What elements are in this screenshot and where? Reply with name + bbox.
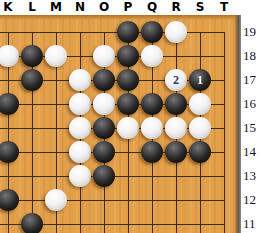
- board-intersection-P16[interactable]: [116, 92, 140, 116]
- board-intersection-M17[interactable]: [44, 68, 68, 92]
- board-intersection-Q16[interactable]: [140, 92, 164, 116]
- black-stone-K16: [0, 93, 19, 115]
- board-intersection-L18[interactable]: [20, 44, 44, 68]
- board-intersection-M19[interactable]: [44, 20, 68, 44]
- board-intersection-R14[interactable]: [164, 140, 188, 164]
- board-intersection-S16[interactable]: [188, 92, 212, 116]
- white-stone-N16: [69, 93, 91, 115]
- black-stone-O15: [93, 117, 115, 139]
- board-intersection-M11[interactable]: [44, 212, 68, 233]
- board-intersection-S19[interactable]: [188, 20, 212, 44]
- board-intersection-R16[interactable]: [164, 92, 188, 116]
- board-intersection-R18[interactable]: [164, 44, 188, 68]
- board-intersection-N14[interactable]: [68, 140, 92, 164]
- black-stone-O13: [93, 165, 115, 187]
- board-intersection-O16[interactable]: [92, 92, 116, 116]
- white-stone-K18: [0, 45, 19, 67]
- board-intersection-R19[interactable]: [164, 20, 188, 44]
- board-intersection-P11[interactable]: [116, 212, 140, 233]
- white-stone-N14: [69, 141, 91, 163]
- go-app-window: 21 KLMNOPQRST 191817161514131211: [0, 0, 260, 233]
- board-intersection-N16[interactable]: [68, 92, 92, 116]
- board-intersection-N18[interactable]: [68, 44, 92, 68]
- row-label-17: 17: [243, 72, 260, 87]
- board-intersection-O14[interactable]: [92, 140, 116, 164]
- board-intersection-O19[interactable]: [92, 20, 116, 44]
- board-intersection-O18[interactable]: [92, 44, 116, 68]
- board-intersection-K12[interactable]: [0, 188, 20, 212]
- black-stone-L11: [21, 213, 43, 233]
- board-intersection-N15[interactable]: [68, 116, 92, 140]
- black-stone-R14: [165, 141, 187, 163]
- board-intersection-Q19[interactable]: [140, 20, 164, 44]
- board-intersection-O11[interactable]: [92, 212, 116, 233]
- black-stone-P19: [117, 21, 139, 43]
- board-intersection-L16[interactable]: [20, 92, 44, 116]
- white-stone-M12: [45, 189, 67, 211]
- board-intersection-K19[interactable]: [0, 20, 20, 44]
- board-intersection-S14[interactable]: [188, 140, 212, 164]
- board-intersection-M18[interactable]: [44, 44, 68, 68]
- board-intersection-R11[interactable]: [164, 212, 188, 233]
- column-label-P: P: [116, 0, 140, 15]
- row-label-13: 13: [243, 168, 260, 183]
- white-stone-O18: [93, 45, 115, 67]
- black-stone-L17: [21, 69, 43, 91]
- black-stone-S17: 1: [189, 69, 211, 91]
- board-intersection-Q12[interactable]: [140, 188, 164, 212]
- board-intersection-P17[interactable]: [116, 68, 140, 92]
- board-intersection-L17[interactable]: [20, 68, 44, 92]
- white-stone-Q15: [141, 117, 163, 139]
- board-intersection-T18[interactable]: [212, 44, 236, 68]
- board-intersection-K13[interactable]: [0, 164, 20, 188]
- row-labels: 191817161514131211: [241, 0, 260, 233]
- board-intersection-L14[interactable]: [20, 140, 44, 164]
- black-stone-Q19: [141, 21, 163, 43]
- column-label-Q: Q: [140, 0, 164, 15]
- black-stone-Q16: [141, 93, 163, 115]
- board-intersection-T15[interactable]: [212, 116, 236, 140]
- board-intersection-N17[interactable]: [68, 68, 92, 92]
- black-stone-K14: [0, 141, 19, 163]
- board-intersection-N12[interactable]: [68, 188, 92, 212]
- board-intersection-P19[interactable]: [116, 20, 140, 44]
- move-number-2: 2: [173, 74, 179, 86]
- row-label-14: 14: [243, 144, 260, 159]
- white-stone-S16: [189, 93, 211, 115]
- board-intersection-N11[interactable]: [68, 212, 92, 233]
- board-intersection-S18[interactable]: [188, 44, 212, 68]
- white-stone-M18: [45, 45, 67, 67]
- board-intersection-T17[interactable]: [212, 68, 236, 92]
- white-stone-S15: [189, 117, 211, 139]
- row-label-19: 19: [243, 24, 260, 39]
- board-intersection-L19[interactable]: [20, 20, 44, 44]
- row-label-12: 12: [243, 192, 260, 207]
- white-stone-R19: [165, 21, 187, 43]
- board-intersection-N13[interactable]: [68, 164, 92, 188]
- board-intersection-M14[interactable]: [44, 140, 68, 164]
- black-stone-Q14: [141, 141, 163, 163]
- column-label-M: M: [44, 0, 68, 15]
- black-stone-K12: [0, 189, 19, 211]
- board-intersection-K16[interactable]: [0, 92, 20, 116]
- board-intersection-Q11[interactable]: [140, 212, 164, 233]
- board-intersection-M15[interactable]: [44, 116, 68, 140]
- column-label-K: K: [0, 0, 20, 15]
- white-stone-N13: [69, 165, 91, 187]
- board-intersection-P15[interactable]: [116, 116, 140, 140]
- board-intersection-Q13[interactable]: [140, 164, 164, 188]
- board-intersection-Q17[interactable]: [140, 68, 164, 92]
- board-intersection-R12[interactable]: [164, 188, 188, 212]
- board-intersection-L11[interactable]: [20, 212, 44, 233]
- board-intersection-L15[interactable]: [20, 116, 44, 140]
- board-grid: 21: [0, 20, 236, 233]
- black-stone-P16: [117, 93, 139, 115]
- board-intersection-T16[interactable]: [212, 92, 236, 116]
- board-intersection-K14[interactable]: [0, 140, 20, 164]
- board-intersection-L13[interactable]: [20, 164, 44, 188]
- column-label-S: S: [188, 0, 212, 15]
- board-intersection-T13[interactable]: [212, 164, 236, 188]
- move-number-1: 1: [197, 74, 203, 86]
- black-stone-O14: [93, 141, 115, 163]
- board-intersection-L12[interactable]: [20, 188, 44, 212]
- white-stone-R15: [165, 117, 187, 139]
- black-stone-L18: [21, 45, 43, 67]
- board-intersection-K17[interactable]: [0, 68, 20, 92]
- row-label-18: 18: [243, 48, 260, 63]
- board-intersection-R17[interactable]: 2: [164, 68, 188, 92]
- board-intersection-M12[interactable]: [44, 188, 68, 212]
- board-intersection-O15[interactable]: [92, 116, 116, 140]
- board-intersection-O17[interactable]: [92, 68, 116, 92]
- row-label-16: 16: [243, 96, 260, 111]
- board-intersection-R13[interactable]: [164, 164, 188, 188]
- row-label-11: 11: [243, 216, 260, 231]
- white-stone-N15: [69, 117, 91, 139]
- board-intersection-P12[interactable]: [116, 188, 140, 212]
- white-stone-P15: [117, 117, 139, 139]
- board-intersection-S13[interactable]: [188, 164, 212, 188]
- board-intersection-K11[interactable]: [0, 212, 20, 233]
- board-intersection-Q14[interactable]: [140, 140, 164, 164]
- board-intersection-N19[interactable]: [68, 20, 92, 44]
- board-intersection-T14[interactable]: [212, 140, 236, 164]
- white-stone-N17: [69, 69, 91, 91]
- go-board: 21: [0, 15, 241, 233]
- board-intersection-P13[interactable]: [116, 164, 140, 188]
- board-intersection-T12[interactable]: [212, 188, 236, 212]
- board-intersection-K15[interactable]: [0, 116, 20, 140]
- column-label-R: R: [164, 0, 188, 15]
- white-stone-R17: 2: [165, 69, 187, 91]
- white-stone-O16: [93, 93, 115, 115]
- board-intersection-T11[interactable]: [212, 212, 236, 233]
- column-label-O: O: [92, 0, 116, 15]
- black-stone-R16: [165, 93, 187, 115]
- column-labels: KLMNOPQRST: [0, 0, 260, 15]
- board-intersection-M13[interactable]: [44, 164, 68, 188]
- board-intersection-S15[interactable]: [188, 116, 212, 140]
- board-intersection-M16[interactable]: [44, 92, 68, 116]
- board-intersection-P14[interactable]: [116, 140, 140, 164]
- black-stone-P18: [117, 45, 139, 67]
- black-stone-S14: [189, 141, 211, 163]
- board-intersection-O13[interactable]: [92, 164, 116, 188]
- board-intersection-K18[interactable]: [0, 44, 20, 68]
- board-intersection-Q18[interactable]: [140, 44, 164, 68]
- board-intersection-Q15[interactable]: [140, 116, 164, 140]
- board-intersection-P18[interactable]: [116, 44, 140, 68]
- black-stone-P17: [117, 69, 139, 91]
- board-intersection-S17[interactable]: 1: [188, 68, 212, 92]
- row-label-15: 15: [243, 120, 260, 135]
- white-stone-Q18: [141, 45, 163, 67]
- board-intersection-S11[interactable]: [188, 212, 212, 233]
- board-intersection-S12[interactable]: [188, 188, 212, 212]
- board-intersection-T19[interactable]: [212, 20, 236, 44]
- column-label-L: L: [20, 0, 44, 15]
- board-intersection-R15[interactable]: [164, 116, 188, 140]
- black-stone-O17: [93, 69, 115, 91]
- board-intersection-O12[interactable]: [92, 188, 116, 212]
- column-label-T: T: [212, 0, 236, 15]
- column-label-N: N: [68, 0, 92, 15]
